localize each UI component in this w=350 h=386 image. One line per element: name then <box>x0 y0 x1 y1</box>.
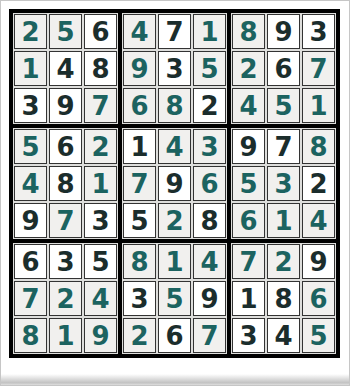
sudoku-cell[interactable]: 3 <box>193 129 226 164</box>
sudoku-widget: 2561483974719356828932674515624819731437… <box>0 0 350 386</box>
sudoku-cell[interactable]: 3 <box>123 281 156 316</box>
sudoku-cell[interactable]: 9 <box>193 281 226 316</box>
sudoku-cell[interactable]: 8 <box>158 88 191 123</box>
sudoku-cell[interactable]: 5 <box>84 244 117 279</box>
sudoku-cell[interactable]: 6 <box>84 14 117 49</box>
sudoku-cell[interactable]: 1 <box>84 166 117 201</box>
sudoku-box: 893267451 <box>229 11 338 126</box>
sudoku-cell[interactable]: 3 <box>267 166 300 201</box>
sudoku-cell[interactable]: 1 <box>14 51 47 86</box>
sudoku-cell[interactable]: 8 <box>14 318 47 353</box>
sudoku-box: 562481973 <box>11 126 120 241</box>
sudoku-cell[interactable]: 6 <box>302 281 335 316</box>
sudoku-cell[interactable]: 6 <box>193 166 226 201</box>
sudoku-cell[interactable]: 7 <box>302 51 335 86</box>
sudoku-cell[interactable]: 2 <box>267 244 300 279</box>
sudoku-cell[interactable]: 7 <box>158 14 191 49</box>
sudoku-cell[interactable]: 8 <box>267 281 300 316</box>
sudoku-cell[interactable]: 9 <box>158 166 191 201</box>
sudoku-cell[interactable]: 2 <box>123 318 156 353</box>
sudoku-cell[interactable]: 1 <box>232 281 265 316</box>
sudoku-cell[interactable]: 3 <box>49 244 82 279</box>
sudoku-cell[interactable]: 5 <box>302 318 335 353</box>
sudoku-cell[interactable]: 6 <box>14 244 47 279</box>
sudoku-cell[interactable]: 8 <box>302 129 335 164</box>
sudoku-box: 256148397 <box>11 11 120 126</box>
sudoku-cell[interactable]: 5 <box>49 14 82 49</box>
sudoku-cell[interactable]: 5 <box>158 281 191 316</box>
sudoku-cell[interactable]: 5 <box>193 51 226 86</box>
sudoku-cell[interactable]: 3 <box>302 14 335 49</box>
sudoku-cell[interactable]: 1 <box>267 203 300 238</box>
sudoku-board: 2561483974719356828932674515624819731437… <box>9 9 340 358</box>
sudoku-cell[interactable]: 2 <box>84 129 117 164</box>
sudoku-cell[interactable]: 6 <box>267 51 300 86</box>
sudoku-box: 978532614 <box>229 126 338 241</box>
sudoku-cell[interactable]: 8 <box>49 166 82 201</box>
sudoku-cell[interactable]: 4 <box>14 166 47 201</box>
sudoku-cell[interactable]: 7 <box>123 166 156 201</box>
sudoku-cell[interactable]: 3 <box>84 203 117 238</box>
sudoku-cell[interactable]: 4 <box>158 129 191 164</box>
sudoku-cell[interactable]: 6 <box>49 129 82 164</box>
sudoku-box: 471935682 <box>120 11 229 126</box>
sudoku-cell[interactable]: 2 <box>49 281 82 316</box>
sudoku-cell[interactable]: 3 <box>232 318 265 353</box>
sudoku-cell[interactable]: 1 <box>123 129 156 164</box>
sudoku-cell[interactable]: 7 <box>14 281 47 316</box>
sudoku-cell[interactable]: 2 <box>14 14 47 49</box>
sudoku-cell[interactable]: 9 <box>123 51 156 86</box>
sudoku-cell[interactable]: 1 <box>193 14 226 49</box>
sudoku-cell[interactable]: 5 <box>123 203 156 238</box>
sudoku-cell[interactable]: 7 <box>49 203 82 238</box>
sudoku-cell[interactable]: 4 <box>49 51 82 86</box>
sudoku-cell[interactable]: 9 <box>232 129 265 164</box>
sudoku-cell[interactable]: 4 <box>232 88 265 123</box>
sudoku-cell[interactable]: 5 <box>267 88 300 123</box>
sudoku-cell[interactable]: 4 <box>123 14 156 49</box>
sudoku-cell[interactable]: 4 <box>193 244 226 279</box>
sudoku-cell[interactable]: 2 <box>302 166 335 201</box>
sudoku-cell[interactable]: 2 <box>232 51 265 86</box>
sudoku-cell[interactable]: 9 <box>84 318 117 353</box>
sudoku-cell[interactable]: 2 <box>193 88 226 123</box>
sudoku-cell[interactable]: 4 <box>302 203 335 238</box>
sudoku-box: 729186345 <box>229 241 338 356</box>
sudoku-cell[interactable]: 4 <box>84 281 117 316</box>
sudoku-cell[interactable]: 2 <box>158 203 191 238</box>
sudoku-cell[interactable]: 7 <box>84 88 117 123</box>
sudoku-cell[interactable]: 6 <box>158 318 191 353</box>
sudoku-cell[interactable]: 7 <box>232 244 265 279</box>
sudoku-cell[interactable]: 8 <box>193 203 226 238</box>
sudoku-cell[interactable]: 7 <box>267 129 300 164</box>
sudoku-cell[interactable]: 6 <box>232 203 265 238</box>
sudoku-cell[interactable]: 3 <box>14 88 47 123</box>
sudoku-cell[interactable]: 5 <box>232 166 265 201</box>
sudoku-cell[interactable]: 9 <box>302 244 335 279</box>
sudoku-cell[interactable]: 1 <box>302 88 335 123</box>
sudoku-cell[interactable]: 6 <box>123 88 156 123</box>
sudoku-cell[interactable]: 8 <box>123 244 156 279</box>
sudoku-cell[interactable]: 9 <box>49 88 82 123</box>
sudoku-cell[interactable]: 3 <box>158 51 191 86</box>
sudoku-cell[interactable]: 1 <box>49 318 82 353</box>
sudoku-box: 635724819 <box>11 241 120 356</box>
sudoku-cell[interactable]: 8 <box>84 51 117 86</box>
sudoku-cell[interactable]: 9 <box>14 203 47 238</box>
sudoku-cell[interactable]: 7 <box>193 318 226 353</box>
sudoku-box: 143796528 <box>120 126 229 241</box>
sudoku-cell[interactable]: 4 <box>267 318 300 353</box>
sudoku-cell[interactable]: 8 <box>232 14 265 49</box>
sudoku-box: 814359267 <box>120 241 229 356</box>
sudoku-cell[interactable]: 5 <box>14 129 47 164</box>
sudoku-cell[interactable]: 1 <box>158 244 191 279</box>
sudoku-cell[interactable]: 9 <box>267 14 300 49</box>
